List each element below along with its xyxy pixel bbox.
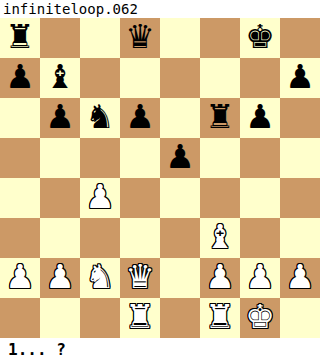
white-pawn-piece[interactable]: ♟ (85, 177, 115, 217)
black-king-piece[interactable]: ♚ (245, 17, 275, 57)
square-g2[interactable]: ♟ (240, 258, 280, 298)
square-e5[interactable]: ♟ (160, 138, 200, 178)
square-d1[interactable]: ♜ (120, 298, 160, 338)
square-a3[interactable] (0, 218, 40, 258)
square-g1[interactable]: ♚ (240, 298, 280, 338)
black-pawn-piece[interactable]: ♟ (45, 97, 75, 137)
black-pawn-piece[interactable]: ♟ (165, 137, 195, 177)
square-h5[interactable] (280, 138, 320, 178)
black-rook-piece[interactable]: ♜ (205, 97, 235, 137)
square-b8[interactable] (40, 18, 80, 58)
square-f7[interactable] (200, 58, 240, 98)
white-pawn-piece[interactable]: ♟ (5, 257, 35, 297)
square-g8[interactable]: ♚ (240, 18, 280, 58)
square-f5[interactable] (200, 138, 240, 178)
square-e6[interactable] (160, 98, 200, 138)
square-d7[interactable] (120, 58, 160, 98)
square-c6[interactable]: ♞ (80, 98, 120, 138)
square-e7[interactable] (160, 58, 200, 98)
move-prompt: 1... ? (8, 340, 66, 359)
square-d4[interactable] (120, 178, 160, 218)
square-h4[interactable] (280, 178, 320, 218)
square-b2[interactable]: ♟ (40, 258, 80, 298)
square-h8[interactable] (280, 18, 320, 58)
white-pawn-piece[interactable]: ♟ (205, 257, 235, 297)
square-c8[interactable] (80, 18, 120, 58)
white-bishop-piece[interactable]: ♝ (205, 217, 235, 257)
square-c3[interactable] (80, 218, 120, 258)
white-queen-piece[interactable]: ♛ (125, 257, 155, 297)
white-knight-piece[interactable]: ♞ (85, 257, 115, 297)
square-h3[interactable] (280, 218, 320, 258)
square-e4[interactable] (160, 178, 200, 218)
black-pawn-piece[interactable]: ♟ (5, 57, 35, 97)
square-d5[interactable] (120, 138, 160, 178)
black-pawn-piece[interactable]: ♟ (245, 97, 275, 137)
square-c7[interactable] (80, 58, 120, 98)
square-h2[interactable]: ♟ (280, 258, 320, 298)
square-c2[interactable]: ♞ (80, 258, 120, 298)
square-b4[interactable] (40, 178, 80, 218)
square-d3[interactable] (120, 218, 160, 258)
square-e8[interactable] (160, 18, 200, 58)
square-h7[interactable]: ♟ (280, 58, 320, 98)
square-f2[interactable]: ♟ (200, 258, 240, 298)
square-g3[interactable] (240, 218, 280, 258)
square-f1[interactable]: ♜ (200, 298, 240, 338)
black-queen-piece[interactable]: ♛ (125, 17, 155, 57)
square-h6[interactable] (280, 98, 320, 138)
title-bar: infiniteloop.062 (0, 0, 320, 18)
square-f4[interactable] (200, 178, 240, 218)
chess-board: ♜♛♚♟♝♟♟♞♟♜♟♟♟♝♟♟♞♛♟♟♟♜♜♚ (0, 18, 320, 338)
square-e2[interactable] (160, 258, 200, 298)
white-rook-piece[interactable]: ♜ (125, 297, 155, 337)
square-d8[interactable]: ♛ (120, 18, 160, 58)
square-a7[interactable]: ♟ (0, 58, 40, 98)
square-b3[interactable] (40, 218, 80, 258)
black-rook-piece[interactable]: ♜ (5, 17, 35, 57)
square-e3[interactable] (160, 218, 200, 258)
square-h1[interactable] (280, 298, 320, 338)
square-a8[interactable]: ♜ (0, 18, 40, 58)
square-a5[interactable] (0, 138, 40, 178)
black-pawn-piece[interactable]: ♟ (285, 57, 315, 97)
square-g5[interactable] (240, 138, 280, 178)
square-a1[interactable] (0, 298, 40, 338)
black-knight-piece[interactable]: ♞ (85, 97, 115, 137)
square-f6[interactable]: ♜ (200, 98, 240, 138)
square-a4[interactable] (0, 178, 40, 218)
black-pawn-piece[interactable]: ♟ (125, 97, 155, 137)
square-c5[interactable] (80, 138, 120, 178)
square-e1[interactable] (160, 298, 200, 338)
square-g7[interactable] (240, 58, 280, 98)
square-a2[interactable]: ♟ (0, 258, 40, 298)
square-f3[interactable]: ♝ (200, 218, 240, 258)
square-f8[interactable] (200, 18, 240, 58)
square-d6[interactable]: ♟ (120, 98, 160, 138)
square-g6[interactable]: ♟ (240, 98, 280, 138)
square-d2[interactable]: ♛ (120, 258, 160, 298)
square-b1[interactable] (40, 298, 80, 338)
square-b6[interactable]: ♟ (40, 98, 80, 138)
window-title: infiniteloop.062 (3, 1, 138, 17)
square-b7[interactable]: ♝ (40, 58, 80, 98)
white-pawn-piece[interactable]: ♟ (285, 257, 315, 297)
white-pawn-piece[interactable]: ♟ (45, 257, 75, 297)
status-bar: 1... ? (0, 338, 320, 360)
square-g4[interactable] (240, 178, 280, 218)
white-rook-piece[interactable]: ♜ (205, 297, 235, 337)
square-c1[interactable] (80, 298, 120, 338)
square-c4[interactable]: ♟ (80, 178, 120, 218)
white-pawn-piece[interactable]: ♟ (245, 257, 275, 297)
square-b5[interactable] (40, 138, 80, 178)
black-bishop-piece[interactable]: ♝ (45, 57, 75, 97)
square-a6[interactable] (0, 98, 40, 138)
white-king-piece[interactable]: ♚ (245, 297, 275, 337)
